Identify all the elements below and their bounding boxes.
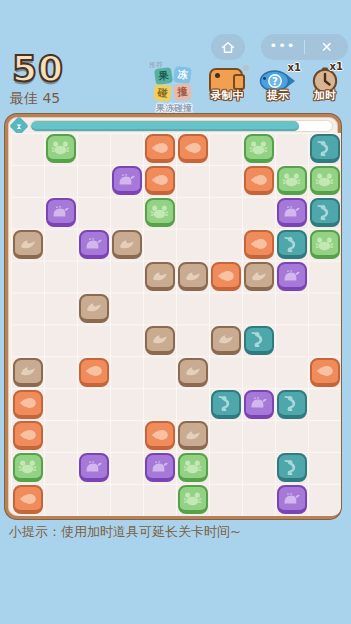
orange-fish-icon bbox=[149, 427, 170, 443]
orange-fish-icon bbox=[248, 172, 269, 188]
orange-fish-icon bbox=[314, 363, 335, 379]
tile-teal-seahorse[interactable] bbox=[244, 326, 274, 355]
tan-bird-icon bbox=[149, 268, 170, 284]
tile-purple-whale[interactable] bbox=[79, 453, 109, 482]
tile-tan-bird[interactable] bbox=[112, 230, 142, 259]
tile-tan-bird[interactable] bbox=[145, 262, 175, 291]
tile-orange-fish[interactable] bbox=[145, 134, 175, 163]
addtime-label: 加时 bbox=[302, 88, 348, 103]
tile-green-crab[interactable] bbox=[178, 485, 208, 514]
progress-track bbox=[30, 120, 333, 132]
tile-purple-whale[interactable] bbox=[277, 262, 307, 291]
tile-tan-bird[interactable] bbox=[13, 358, 43, 387]
purple-whale-icon bbox=[281, 204, 302, 220]
hint-button[interactable]: ? x1 提示 bbox=[255, 66, 301, 103]
tile-teal-seahorse[interactable] bbox=[310, 134, 340, 163]
tile-purple-whale[interactable] bbox=[277, 198, 307, 227]
tile-teal-seahorse[interactable] bbox=[277, 390, 307, 419]
orange-fish-icon bbox=[248, 236, 269, 252]
hint-count-badge: x1 bbox=[288, 62, 301, 73]
tile-purple-whale[interactable] bbox=[79, 230, 109, 259]
green-crab-icon bbox=[281, 172, 302, 188]
tile-tan-bird[interactable] bbox=[178, 262, 208, 291]
home-button[interactable] bbox=[211, 34, 245, 60]
record-indicator-dot bbox=[243, 65, 249, 71]
orange-fish-icon bbox=[149, 172, 170, 188]
tan-bird-icon bbox=[116, 236, 137, 252]
home-icon bbox=[220, 40, 236, 55]
jelly-char: 碰 bbox=[153, 84, 172, 102]
jelly-char: 冻 bbox=[173, 66, 192, 84]
orange-fish-icon bbox=[215, 268, 236, 284]
orange-fish-icon bbox=[17, 395, 38, 411]
tile-tan-bird[interactable] bbox=[79, 294, 109, 323]
purple-whale-icon bbox=[248, 395, 269, 411]
green-crab-icon bbox=[314, 172, 335, 188]
green-crab-icon bbox=[149, 204, 170, 220]
tile-green-crab[interactable] bbox=[178, 453, 208, 482]
tile-orange-fish[interactable] bbox=[244, 166, 274, 195]
tile-orange-fish[interactable] bbox=[13, 421, 43, 450]
game-logo: 推荐 果 冻 碰 撞 果冻碰撞 bbox=[147, 62, 201, 115]
orange-fish-icon bbox=[17, 427, 38, 443]
tile-tan-bird[interactable] bbox=[13, 230, 43, 259]
tan-bird-icon bbox=[17, 363, 38, 379]
green-crab-icon bbox=[17, 459, 38, 475]
tile-orange-fish[interactable] bbox=[178, 134, 208, 163]
green-crab-icon bbox=[248, 140, 269, 156]
tile-teal-seahorse[interactable] bbox=[277, 230, 307, 259]
tile-purple-whale[interactable] bbox=[46, 198, 76, 227]
orange-fish-icon bbox=[83, 363, 104, 379]
teal-seahorse-icon bbox=[281, 236, 302, 252]
board-panel bbox=[5, 114, 341, 519]
tile-orange-fish[interactable] bbox=[145, 166, 175, 195]
best-value: 45 bbox=[42, 90, 60, 106]
orange-fish-icon bbox=[149, 140, 170, 156]
capsule-menu: ••• ✕ bbox=[261, 34, 348, 60]
tile-green-crab[interactable] bbox=[277, 166, 307, 195]
teal-seahorse-icon bbox=[314, 204, 335, 220]
tan-bird-icon bbox=[149, 331, 170, 347]
tile-purple-whale[interactable] bbox=[112, 166, 142, 195]
addtime-button[interactable]: x1 加时 bbox=[302, 66, 348, 103]
tile-teal-seahorse[interactable] bbox=[310, 198, 340, 227]
tile-tan-bird[interactable] bbox=[178, 358, 208, 387]
svg-text:?: ? bbox=[272, 76, 278, 87]
tile-green-crab[interactable] bbox=[46, 134, 76, 163]
score-value: 50 bbox=[12, 48, 64, 89]
purple-whale-icon bbox=[83, 236, 104, 252]
green-crab-icon bbox=[182, 491, 203, 507]
tile-green-crab[interactable] bbox=[310, 166, 340, 195]
tile-tan-bird[interactable] bbox=[145, 326, 175, 355]
tan-bird-icon bbox=[182, 363, 203, 379]
tile-orange-fish[interactable] bbox=[145, 421, 175, 450]
tan-bird-icon bbox=[17, 236, 38, 252]
hint-label: 提示 bbox=[255, 88, 301, 103]
green-crab-icon bbox=[314, 236, 335, 252]
teal-seahorse-icon bbox=[281, 395, 302, 411]
best-score: 最佳 45 bbox=[10, 90, 60, 108]
tile-tan-bird[interactable] bbox=[178, 421, 208, 450]
tip-text: 小提示：使用加时道具可延长关卡时间~ bbox=[9, 523, 241, 541]
purple-whale-icon bbox=[281, 268, 302, 284]
jelly-char: 果 bbox=[154, 67, 173, 85]
tile-purple-whale[interactable] bbox=[145, 453, 175, 482]
jelly-char: 撞 bbox=[173, 83, 192, 101]
tile-orange-fish[interactable] bbox=[244, 230, 274, 259]
tan-bird-icon bbox=[83, 299, 104, 315]
tile-purple-whale[interactable] bbox=[277, 485, 307, 514]
purple-whale-icon bbox=[149, 459, 170, 475]
green-crab-icon bbox=[182, 459, 203, 475]
purple-whale-icon bbox=[83, 459, 104, 475]
tile-green-crab[interactable] bbox=[310, 230, 340, 259]
recording-label: 录制中 bbox=[202, 88, 252, 103]
teal-seahorse-icon bbox=[248, 331, 269, 347]
tile-orange-fish[interactable] bbox=[211, 262, 241, 291]
teal-seahorse-icon bbox=[281, 459, 302, 475]
best-label: 最佳 bbox=[10, 90, 38, 106]
green-crab-icon bbox=[50, 140, 71, 156]
tile-orange-fish[interactable] bbox=[13, 390, 43, 419]
recording-button[interactable]: 录制中 bbox=[202, 66, 252, 103]
tile-green-crab[interactable] bbox=[13, 453, 43, 482]
timer-progress bbox=[12, 119, 333, 133]
orange-fish-icon bbox=[182, 140, 203, 156]
tile-orange-fish[interactable] bbox=[79, 358, 109, 387]
tan-bird-icon bbox=[215, 331, 236, 347]
tile-teal-seahorse[interactable] bbox=[277, 453, 307, 482]
close-button[interactable]: ✕ bbox=[305, 40, 348, 54]
tile-tan-bird[interactable] bbox=[211, 326, 241, 355]
tan-bird-icon bbox=[182, 268, 203, 284]
more-button[interactable]: ••• bbox=[261, 39, 304, 56]
tile-board bbox=[11, 133, 341, 516]
addtime-count-badge: x1 bbox=[330, 61, 343, 72]
purple-whale-icon bbox=[281, 491, 302, 507]
tile-green-crab[interactable] bbox=[244, 134, 274, 163]
game-screen: ••• ✕ 50 最佳 45 推荐 果 冻 碰 撞 果冻碰撞 录制中 bbox=[0, 0, 351, 624]
purple-whale-icon bbox=[116, 172, 137, 188]
teal-seahorse-icon bbox=[314, 140, 335, 156]
tan-bird-icon bbox=[248, 268, 269, 284]
tile-purple-whale[interactable] bbox=[244, 390, 274, 419]
tile-teal-seahorse[interactable] bbox=[211, 390, 241, 419]
orange-fish-icon bbox=[17, 491, 38, 507]
tile-tan-bird[interactable] bbox=[244, 262, 274, 291]
tile-green-crab[interactable] bbox=[145, 198, 175, 227]
jelly-logo-icon: 果 冻 碰 撞 bbox=[154, 67, 194, 101]
tile-orange-fish[interactable] bbox=[13, 485, 43, 514]
tile-orange-fish[interactable] bbox=[310, 358, 340, 387]
teal-seahorse-icon bbox=[215, 395, 236, 411]
purple-whale-icon bbox=[50, 204, 71, 220]
progress-fill bbox=[31, 121, 299, 131]
tan-bird-icon bbox=[182, 427, 203, 443]
